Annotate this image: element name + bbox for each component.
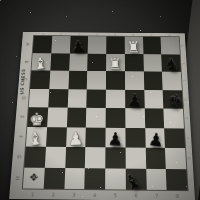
square-e3[interactable]: [66, 108, 86, 128]
square-b7[interactable]: [143, 54, 162, 72]
piece-white-rook-b5[interactable]: ♜: [108, 56, 123, 72]
square-e6[interactable]: [125, 108, 145, 128]
square-a1[interactable]: [33, 36, 52, 53]
coord-label-8: 8: [167, 190, 188, 200]
square-d5[interactable]: [106, 89, 125, 108]
square-b1[interactable]: ♝: [31, 53, 51, 71]
square-c7[interactable]: [143, 71, 162, 89]
square-e1[interactable]: ♚: [27, 107, 48, 127]
square-h4[interactable]: [85, 168, 106, 190]
square-b6[interactable]: [125, 54, 144, 72]
coord-label-2: 2: [43, 189, 64, 200]
piece-black-king-d8[interactable]: ♚: [166, 91, 184, 111]
square-d6[interactable]: ♟: [125, 89, 144, 108]
piece-black-knight-b8[interactable]: ♞: [164, 56, 179, 73]
chessboard-photo: US CHESS ABCDEFGH ABCDEFGH 12345678 1234…: [0, 0, 200, 200]
square-a2[interactable]: [51, 36, 70, 53]
square-a5[interactable]: [106, 36, 124, 53]
square-a4[interactable]: [88, 36, 107, 53]
square-b8[interactable]: ♞: [161, 54, 180, 72]
piece-white-king-e1[interactable]: ♚: [29, 110, 44, 129]
piece-black-pawn-f5[interactable]: ♟: [108, 130, 124, 149]
chess-board: US CHESS ABCDEFGH ABCDEFGH 12345678 1234…: [9, 32, 195, 200]
square-f4[interactable]: [86, 127, 106, 147]
brand-compass-icon: ❖: [23, 167, 45, 189]
square-b4[interactable]: [87, 53, 106, 71]
square-f7[interactable]: ♟: [145, 128, 165, 148]
square-g6[interactable]: [125, 148, 145, 169]
rank-labels-bottom: 12345678: [22, 188, 188, 200]
square-h3[interactable]: [64, 168, 85, 190]
square-c1[interactable]: [30, 70, 50, 88]
square-e7[interactable]: [144, 108, 164, 128]
square-h1[interactable]: ❖: [23, 167, 45, 189]
square-e5[interactable]: [106, 108, 126, 128]
piece-black-pawn-a3[interactable]: ♟: [71, 38, 86, 54]
square-h6[interactable]: ♝: [126, 168, 147, 190]
square-d7[interactable]: [144, 90, 164, 109]
square-h8[interactable]: [166, 169, 187, 191]
square-c4[interactable]: [87, 71, 106, 89]
square-f5[interactable]: ♟: [105, 127, 125, 147]
coord-label-7: 7: [146, 190, 167, 200]
piece-white-rook-a6[interactable]: ♜: [126, 39, 141, 55]
piece-white-bishop-b1[interactable]: ♝: [33, 55, 48, 72]
square-a7[interactable]: [143, 37, 162, 54]
square-g8[interactable]: [165, 148, 186, 169]
square-f1[interactable]: ♝: [26, 127, 47, 147]
square-h2[interactable]: [43, 167, 64, 189]
square-h7[interactable]: [146, 168, 167, 190]
board-grid: ♟♜♝♜♞♟♚♚♝♟♟♟❖♝: [23, 36, 188, 190]
square-d3[interactable]: [67, 89, 87, 108]
square-d4[interactable]: [87, 89, 106, 108]
square-g2[interactable]: [45, 147, 66, 168]
square-e2[interactable]: [47, 107, 67, 127]
square-c5[interactable]: [106, 71, 125, 89]
square-d2[interactable]: [48, 89, 68, 108]
square-g7[interactable]: [145, 148, 166, 169]
square-g5[interactable]: [105, 147, 125, 168]
piece-black-pawn-f7[interactable]: ♟: [147, 130, 164, 150]
square-c6[interactable]: [125, 71, 144, 89]
square-f8[interactable]: [164, 128, 185, 148]
square-c3[interactable]: [68, 71, 87, 89]
square-f6[interactable]: [125, 128, 145, 148]
square-f3[interactable]: ♟: [66, 127, 86, 147]
square-a3[interactable]: ♟: [69, 36, 88, 53]
piece-white-bishop-f1[interactable]: ♝: [27, 129, 43, 149]
piece-black-pawn-d6[interactable]: ♟: [127, 92, 142, 110]
square-d1[interactable]: [29, 89, 49, 108]
square-e8[interactable]: [164, 109, 184, 129]
coord-label-1: 1: [22, 188, 43, 199]
square-g4[interactable]: [85, 147, 105, 168]
square-f2[interactable]: [46, 127, 67, 147]
coord-label-5: 5: [105, 189, 126, 200]
square-c2[interactable]: [49, 71, 69, 89]
square-e4[interactable]: [86, 108, 106, 128]
square-g3[interactable]: [65, 147, 86, 168]
coord-label-3: 3: [64, 189, 85, 200]
square-a6[interactable]: ♜: [124, 37, 143, 54]
square-a8[interactable]: [161, 37, 180, 54]
coord-label-4: 4: [84, 189, 105, 200]
square-c8[interactable]: [162, 72, 182, 90]
square-d8[interactable]: ♚: [163, 90, 183, 109]
square-b2[interactable]: [50, 53, 69, 71]
square-b5[interactable]: ♜: [106, 53, 125, 71]
piece-white-pawn-f3[interactable]: ♟: [68, 130, 84, 149]
